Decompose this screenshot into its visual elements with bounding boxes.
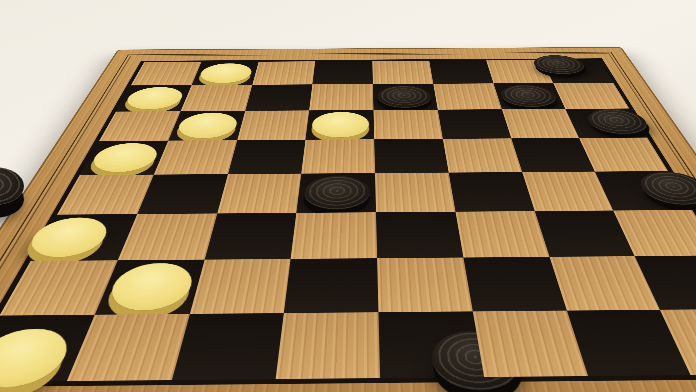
square-d8[interactable] — [313, 61, 373, 84]
square-a6[interactable] — [99, 111, 180, 141]
square-c2[interactable] — [189, 259, 290, 314]
square-e5[interactable] — [374, 139, 448, 173]
square-h6[interactable] — [565, 108, 647, 138]
dark-piece[interactable] — [498, 85, 560, 107]
square-b5[interactable] — [154, 140, 237, 174]
square-b7[interactable] — [181, 85, 253, 111]
square-f5[interactable] — [443, 138, 522, 172]
light-piece[interactable] — [122, 87, 187, 110]
square-e2[interactable] — [377, 257, 472, 312]
square-e7[interactable] — [373, 84, 438, 110]
light-piece[interactable] — [22, 217, 115, 257]
square-f6[interactable] — [438, 109, 511, 139]
square-f3[interactable] — [455, 211, 549, 257]
photo-scene — [0, 0, 696, 392]
square-e6[interactable] — [374, 110, 443, 140]
square-c5[interactable] — [228, 140, 306, 174]
square-a8[interactable] — [131, 62, 201, 85]
square-c6[interactable] — [237, 110, 309, 140]
square-h4[interactable] — [595, 171, 692, 210]
board-grid[interactable] — [0, 58, 696, 387]
square-d1[interactable] — [276, 312, 380, 379]
square-c7[interactable] — [245, 84, 313, 110]
square-f4[interactable] — [449, 172, 535, 212]
square-f7[interactable] — [433, 83, 501, 109]
light-piece[interactable] — [103, 263, 197, 311]
square-d5[interactable] — [301, 139, 375, 173]
dark-piece[interactable] — [377, 85, 433, 108]
checkers-board — [0, 47, 696, 392]
light-piece[interactable] — [311, 112, 370, 138]
square-c8[interactable] — [252, 61, 315, 84]
square-b4[interactable] — [137, 174, 228, 214]
square-h8[interactable] — [543, 60, 614, 83]
square-e8[interactable] — [372, 61, 433, 84]
square-d4[interactable] — [297, 173, 376, 213]
dark-piece[interactable] — [302, 176, 370, 210]
square-c4[interactable] — [217, 174, 302, 214]
square-d3[interactable] — [291, 212, 377, 258]
dark-piece[interactable] — [633, 172, 696, 206]
light-piece[interactable] — [86, 143, 162, 173]
square-f8[interactable] — [429, 60, 493, 83]
square-c1[interactable] — [171, 313, 284, 380]
square-b6[interactable] — [168, 111, 245, 141]
square-d7[interactable] — [309, 84, 373, 110]
light-piece[interactable] — [0, 328, 77, 388]
square-e3[interactable] — [376, 212, 463, 258]
square-c3[interactable] — [204, 213, 296, 260]
square-b8[interactable] — [192, 62, 259, 85]
dark-piece[interactable] — [583, 109, 654, 134]
square-h5[interactable] — [579, 138, 668, 172]
square-e1[interactable] — [378, 312, 483, 379]
light-piece[interactable] — [196, 63, 253, 83]
light-piece[interactable] — [174, 113, 240, 139]
square-e4[interactable] — [375, 173, 455, 213]
square-d6[interactable] — [306, 110, 375, 140]
square-h7[interactable] — [553, 83, 629, 109]
square-a7[interactable] — [116, 85, 192, 111]
square-d2[interactable] — [284, 258, 378, 313]
